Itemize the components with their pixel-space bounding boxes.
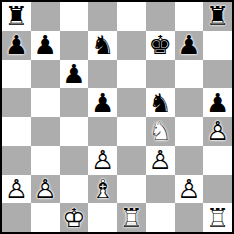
- square-b5[interactable]: [31, 88, 60, 117]
- square-f3[interactable]: ♟♙: [146, 146, 175, 175]
- square-b7[interactable]: ♟: [31, 31, 60, 60]
- square-d6[interactable]: [88, 60, 117, 89]
- square-g8[interactable]: [175, 2, 204, 31]
- white-rook-icon: ♖: [117, 203, 146, 232]
- square-e3[interactable]: [117, 146, 146, 175]
- square-f8[interactable]: [146, 2, 175, 31]
- square-a6[interactable]: [2, 60, 31, 89]
- square-f7[interactable]: ♚: [146, 31, 175, 60]
- square-a4[interactable]: [2, 117, 31, 146]
- white-rook-icon: ♖: [203, 203, 232, 232]
- piece-white-rook: ♜♖: [117, 203, 146, 232]
- square-h5[interactable]: ♟: [203, 88, 232, 117]
- piece-white-pawn: ♟♙: [31, 175, 60, 204]
- square-c2[interactable]: [60, 175, 89, 204]
- square-h6[interactable]: [203, 60, 232, 89]
- square-e7[interactable]: [117, 31, 146, 60]
- square-g2[interactable]: ♟♙: [175, 175, 204, 204]
- piece-black-pawn: ♟: [60, 60, 89, 89]
- white-pawn-icon: ♙: [31, 175, 60, 204]
- square-e4[interactable]: [117, 117, 146, 146]
- square-g4[interactable]: [175, 117, 204, 146]
- square-f4[interactable]: ♞♘: [146, 117, 175, 146]
- white-bishop-icon: ♗: [88, 175, 117, 204]
- black-rook-icon: ♜: [2, 2, 31, 31]
- square-c8[interactable]: [60, 2, 89, 31]
- chess-diagram: ♜♜♟♟♞♚♟♟♟♞♟♞♘♟♙♟♙♟♙♟♙♟♙♝♗♟♙♚♔♜♖♜♖: [0, 0, 234, 234]
- square-c7[interactable]: [60, 31, 89, 60]
- piece-white-pawn: ♟♙: [146, 146, 175, 175]
- square-a2[interactable]: ♟♙: [2, 175, 31, 204]
- white-pawn-icon: ♙: [175, 175, 204, 204]
- square-d7[interactable]: ♞: [88, 31, 117, 60]
- black-knight-icon: ♞: [88, 31, 117, 60]
- black-pawn-icon: ♟: [31, 31, 60, 60]
- square-h2[interactable]: [203, 175, 232, 204]
- square-d5[interactable]: ♟: [88, 88, 117, 117]
- piece-white-pawn: ♟♙: [88, 146, 117, 175]
- square-d8[interactable]: [88, 2, 117, 31]
- piece-black-pawn: ♟: [31, 31, 60, 60]
- square-b8[interactable]: [31, 2, 60, 31]
- square-c5[interactable]: [60, 88, 89, 117]
- square-g3[interactable]: [175, 146, 204, 175]
- piece-black-king: ♚: [146, 31, 175, 60]
- chess-board: ♜♜♟♟♞♚♟♟♟♞♟♞♘♟♙♟♙♟♙♟♙♟♙♝♗♟♙♚♔♜♖♜♖: [0, 0, 234, 234]
- white-pawn-icon: ♙: [146, 146, 175, 175]
- piece-white-pawn: ♟♙: [175, 175, 204, 204]
- square-c6[interactable]: ♟: [60, 60, 89, 89]
- black-pawn-icon: ♟: [175, 31, 204, 60]
- square-h3[interactable]: [203, 146, 232, 175]
- black-rook-icon: ♜: [203, 2, 232, 31]
- square-d3[interactable]: ♟♙: [88, 146, 117, 175]
- square-h7[interactable]: [203, 31, 232, 60]
- square-g7[interactable]: ♟: [175, 31, 204, 60]
- square-g1[interactable]: [175, 203, 204, 232]
- square-d4[interactable]: [88, 117, 117, 146]
- piece-black-pawn: ♟: [203, 88, 232, 117]
- square-h4[interactable]: ♟♙: [203, 117, 232, 146]
- black-king-icon: ♚: [146, 31, 175, 60]
- square-a3[interactable]: [2, 146, 31, 175]
- square-e5[interactable]: [117, 88, 146, 117]
- square-a7[interactable]: ♟: [2, 31, 31, 60]
- square-b3[interactable]: [31, 146, 60, 175]
- square-e6[interactable]: [117, 60, 146, 89]
- piece-white-bishop: ♝♗: [88, 175, 117, 204]
- square-f1[interactable]: [146, 203, 175, 232]
- square-f5[interactable]: ♞: [146, 88, 175, 117]
- piece-black-pawn: ♟: [175, 31, 204, 60]
- piece-white-king: ♚♔: [60, 203, 89, 232]
- white-pawn-icon: ♙: [203, 117, 232, 146]
- white-pawn-icon: ♙: [88, 146, 117, 175]
- black-pawn-icon: ♟: [88, 88, 117, 117]
- black-pawn-icon: ♟: [203, 88, 232, 117]
- piece-black-knight: ♞: [146, 88, 175, 117]
- square-b2[interactable]: ♟♙: [31, 175, 60, 204]
- piece-white-rook: ♜♖: [203, 203, 232, 232]
- square-h1[interactable]: ♜♖: [203, 203, 232, 232]
- square-e8[interactable]: [117, 2, 146, 31]
- black-knight-icon: ♞: [146, 88, 175, 117]
- square-b4[interactable]: [31, 117, 60, 146]
- square-g6[interactable]: [175, 60, 204, 89]
- piece-black-rook: ♜: [2, 2, 31, 31]
- square-f2[interactable]: [146, 175, 175, 204]
- square-b1[interactable]: [31, 203, 60, 232]
- piece-black-rook: ♜: [203, 2, 232, 31]
- piece-black-knight: ♞: [88, 31, 117, 60]
- piece-white-pawn: ♟♙: [203, 117, 232, 146]
- square-d2[interactable]: ♝♗: [88, 175, 117, 204]
- square-b6[interactable]: [31, 60, 60, 89]
- piece-white-pawn: ♟♙: [2, 175, 31, 204]
- black-pawn-icon: ♟: [2, 31, 31, 60]
- square-f6[interactable]: [146, 60, 175, 89]
- piece-black-pawn: ♟: [2, 31, 31, 60]
- square-c1[interactable]: ♚♔: [60, 203, 89, 232]
- piece-black-pawn: ♟: [88, 88, 117, 117]
- square-h8[interactable]: ♜: [203, 2, 232, 31]
- white-king-icon: ♔: [60, 203, 89, 232]
- white-pawn-icon: ♙: [2, 175, 31, 204]
- square-e1[interactable]: ♜♖: [117, 203, 146, 232]
- square-g5[interactable]: [175, 88, 204, 117]
- square-a1[interactable]: [2, 203, 31, 232]
- white-knight-icon: ♘: [146, 117, 175, 146]
- piece-white-knight: ♞♘: [146, 117, 175, 146]
- square-a8[interactable]: ♜: [2, 2, 31, 31]
- square-c4[interactable]: [60, 117, 89, 146]
- square-e2[interactable]: [117, 175, 146, 204]
- square-c3[interactable]: [60, 146, 89, 175]
- square-d1[interactable]: [88, 203, 117, 232]
- square-a5[interactable]: [2, 88, 31, 117]
- black-pawn-icon: ♟: [60, 60, 89, 89]
